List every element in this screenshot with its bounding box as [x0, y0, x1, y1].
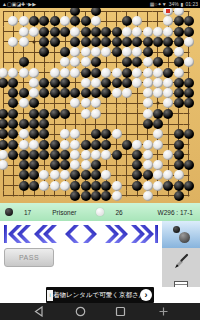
board-point[interactable]	[19, 150, 29, 160]
board-point[interactable]	[39, 191, 49, 201]
fast-rewind-button[interactable]	[33, 224, 59, 244]
board-point[interactable]	[163, 68, 173, 78]
board-point[interactable]	[163, 109, 173, 119]
board-point[interactable]	[173, 27, 183, 37]
board-point[interactable]	[111, 57, 121, 67]
board-point[interactable]	[0, 98, 8, 108]
board-point[interactable]	[60, 150, 70, 160]
board-point[interactable]	[173, 119, 183, 129]
board-point[interactable]	[184, 129, 194, 139]
board-point[interactable]	[60, 139, 70, 149]
board-point[interactable]	[81, 16, 91, 26]
board-point[interactable]	[8, 68, 18, 78]
board-point[interactable]	[0, 150, 8, 160]
board-point[interactable]	[122, 191, 132, 201]
go-to-start-button[interactable]	[3, 224, 32, 244]
board-point[interactable]	[173, 78, 183, 88]
board-point[interactable]	[70, 119, 80, 129]
board-point[interactable]	[81, 78, 91, 88]
board-point[interactable]	[101, 119, 111, 129]
board-point[interactable]	[111, 27, 121, 37]
board-point[interactable]	[0, 109, 8, 119]
board-point[interactable]	[29, 98, 39, 108]
ad-banner[interactable]: i 着物レンタルで可愛く京都さんぽ ›	[46, 287, 154, 303]
board-point[interactable]	[60, 109, 70, 119]
board-point[interactable]	[29, 180, 39, 190]
board-point[interactable]	[163, 160, 173, 170]
board-point[interactable]	[153, 139, 163, 149]
board-point[interactable]	[132, 191, 142, 201]
board-point[interactable]	[163, 119, 173, 129]
board-point[interactable]	[8, 170, 18, 180]
board-point[interactable]	[81, 139, 91, 149]
board-point[interactable]	[91, 139, 101, 149]
board-point[interactable]	[173, 16, 183, 26]
board-point[interactable]	[0, 57, 8, 67]
board-point[interactable]	[142, 98, 152, 108]
board-point[interactable]	[39, 160, 49, 170]
board-point[interactable]	[81, 119, 91, 129]
board-point[interactable]	[91, 57, 101, 67]
board-point[interactable]	[153, 160, 163, 170]
board-point[interactable]	[111, 170, 121, 180]
board-point[interactable]	[101, 150, 111, 160]
board-point[interactable]	[184, 150, 194, 160]
board-point[interactable]	[132, 68, 142, 78]
board-point[interactable]	[111, 98, 121, 108]
fast-forward-button[interactable]	[103, 224, 129, 244]
board-point[interactable]	[132, 139, 142, 149]
board-point[interactable]	[184, 191, 194, 201]
board-point[interactable]	[60, 27, 70, 37]
board-point[interactable]	[81, 150, 91, 160]
board-point[interactable]	[122, 27, 132, 37]
board-point[interactable]	[19, 191, 29, 201]
board-point[interactable]	[0, 37, 8, 47]
board-point[interactable]	[8, 88, 18, 98]
board-point[interactable]	[19, 98, 29, 108]
board-point[interactable]	[19, 88, 29, 98]
board-point[interactable]	[101, 139, 111, 149]
board-point[interactable]	[50, 47, 60, 57]
board-point[interactable]	[70, 139, 80, 149]
board-point[interactable]	[111, 109, 121, 119]
board-point[interactable]	[163, 170, 173, 180]
board-point[interactable]	[0, 78, 8, 88]
board-point[interactable]	[153, 57, 163, 67]
board-point[interactable]	[50, 109, 60, 119]
board-point[interactable]	[132, 150, 142, 160]
board-point[interactable]	[70, 191, 80, 201]
board-point[interactable]	[173, 139, 183, 149]
board-point[interactable]	[60, 78, 70, 88]
board-point[interactable]	[173, 160, 183, 170]
board-point[interactable]	[70, 16, 80, 26]
board-point[interactable]	[173, 98, 183, 108]
ad-arrow-icon[interactable]: ›	[140, 289, 152, 301]
board-point[interactable]	[173, 47, 183, 57]
board-point[interactable]	[60, 160, 70, 170]
board-point[interactable]	[39, 37, 49, 47]
board-point[interactable]	[39, 88, 49, 98]
board-point[interactable]	[132, 98, 142, 108]
board-point[interactable]	[153, 16, 163, 26]
board-point[interactable]	[29, 27, 39, 37]
board-point[interactable]	[142, 57, 152, 67]
board-point[interactable]	[153, 170, 163, 180]
board-point[interactable]	[173, 109, 183, 119]
board-point[interactable]	[29, 160, 39, 170]
board-point[interactable]	[91, 180, 101, 190]
board-point[interactable]	[101, 68, 111, 78]
board-point[interactable]	[19, 109, 29, 119]
board-point[interactable]	[163, 16, 173, 26]
board-point[interactable]	[122, 180, 132, 190]
board-point[interactable]	[101, 191, 111, 201]
board-point[interactable]	[70, 150, 80, 160]
board-point[interactable]	[173, 129, 183, 139]
board-point[interactable]	[163, 129, 173, 139]
board-point[interactable]	[50, 160, 60, 170]
board-point[interactable]	[50, 170, 60, 180]
board-point[interactable]	[122, 170, 132, 180]
board-point[interactable]	[122, 68, 132, 78]
board-point[interactable]	[173, 68, 183, 78]
board-point[interactable]	[60, 98, 70, 108]
board-point[interactable]	[50, 139, 60, 149]
board-point[interactable]	[184, 68, 194, 78]
board-point[interactable]	[70, 129, 80, 139]
board-point[interactable]	[29, 88, 39, 98]
board-point[interactable]	[91, 47, 101, 57]
board-point[interactable]	[19, 27, 29, 37]
board-point[interactable]	[153, 47, 163, 57]
board-point[interactable]	[0, 16, 8, 26]
board-point[interactable]	[184, 47, 194, 57]
board-point[interactable]	[132, 88, 142, 98]
board-point[interactable]	[19, 139, 29, 149]
board-point[interactable]	[8, 180, 18, 190]
board-point[interactable]	[50, 68, 60, 78]
board-point[interactable]	[39, 129, 49, 139]
board-point[interactable]	[153, 37, 163, 47]
board-point[interactable]	[50, 27, 60, 37]
board-point[interactable]	[163, 191, 173, 201]
board-point[interactable]	[91, 16, 101, 26]
board-point[interactable]	[91, 150, 101, 160]
board-point[interactable]	[81, 160, 91, 170]
board-point[interactable]	[50, 57, 60, 67]
board-point[interactable]	[122, 160, 132, 170]
board-point[interactable]	[184, 78, 194, 88]
board-point[interactable]	[101, 160, 111, 170]
board-point[interactable]	[91, 119, 101, 129]
board-point[interactable]	[0, 160, 8, 170]
board-point[interactable]	[29, 170, 39, 180]
board-point[interactable]	[153, 191, 163, 201]
board-point[interactable]	[50, 129, 60, 139]
board-point[interactable]	[8, 129, 18, 139]
board-point[interactable]	[153, 129, 163, 139]
board-point[interactable]	[60, 47, 70, 57]
board-point[interactable]	[39, 119, 49, 129]
board-point[interactable]	[132, 109, 142, 119]
board-point[interactable]	[122, 57, 132, 67]
board-point[interactable]	[184, 88, 194, 98]
board-point[interactable]	[29, 16, 39, 26]
board-point[interactable]	[39, 150, 49, 160]
board-point[interactable]	[122, 109, 132, 119]
board-point[interactable]	[70, 98, 80, 108]
board-point[interactable]	[173, 57, 183, 67]
board-point[interactable]	[81, 47, 91, 57]
board-point[interactable]	[70, 27, 80, 37]
board-point[interactable]	[0, 27, 8, 37]
board-point[interactable]	[132, 57, 142, 67]
board-point[interactable]	[8, 27, 18, 37]
board-point[interactable]	[101, 170, 111, 180]
board-point[interactable]	[91, 109, 101, 119]
board-point[interactable]	[39, 98, 49, 108]
board-point[interactable]	[70, 57, 80, 67]
board-point[interactable]	[132, 170, 142, 180]
board-point[interactable]	[60, 129, 70, 139]
board-point[interactable]	[70, 170, 80, 180]
board-point[interactable]	[184, 180, 194, 190]
board-point[interactable]	[111, 119, 121, 129]
board-point[interactable]	[81, 129, 91, 139]
board-point[interactable]	[111, 68, 121, 78]
board-point[interactable]	[8, 191, 18, 201]
board-point[interactable]	[39, 170, 49, 180]
board-point[interactable]	[142, 170, 152, 180]
board-point[interactable]	[29, 191, 39, 201]
board-point[interactable]	[153, 150, 163, 160]
board-point[interactable]	[122, 129, 132, 139]
board-point[interactable]	[29, 68, 39, 78]
board-point[interactable]	[29, 119, 39, 129]
board-point[interactable]	[142, 160, 152, 170]
board-point[interactable]	[81, 68, 91, 78]
board-point[interactable]	[81, 27, 91, 37]
board-point[interactable]	[111, 47, 121, 57]
board-point[interactable]	[91, 170, 101, 180]
brush-tool-button[interactable]	[162, 248, 200, 275]
board-point[interactable]	[60, 37, 70, 47]
board-point[interactable]	[111, 180, 121, 190]
board-point[interactable]	[91, 129, 101, 139]
board-point[interactable]	[8, 16, 18, 26]
board-point[interactable]	[153, 98, 163, 108]
board-point[interactable]	[142, 180, 152, 190]
board-point[interactable]	[184, 119, 194, 129]
board-point[interactable]	[153, 78, 163, 88]
board-point[interactable]	[173, 180, 183, 190]
board-point[interactable]	[184, 98, 194, 108]
board-point[interactable]	[111, 88, 121, 98]
board-point[interactable]	[91, 191, 101, 201]
board-point[interactable]	[163, 57, 173, 67]
board-point[interactable]	[184, 170, 194, 180]
board-point[interactable]	[163, 180, 173, 190]
board-point[interactable]	[111, 129, 121, 139]
board-point[interactable]	[0, 170, 8, 180]
board-point[interactable]	[142, 47, 152, 57]
board-point[interactable]	[153, 109, 163, 119]
board-point[interactable]	[91, 68, 101, 78]
board-point[interactable]	[132, 129, 142, 139]
board-point[interactable]	[19, 78, 29, 88]
board-point[interactable]	[184, 16, 194, 26]
board-point[interactable]	[50, 150, 60, 160]
board-point[interactable]	[70, 78, 80, 88]
board-point[interactable]	[153, 68, 163, 78]
board-point[interactable]	[39, 139, 49, 149]
board-point[interactable]	[81, 180, 91, 190]
board-point[interactable]	[70, 47, 80, 57]
board-point[interactable]	[60, 88, 70, 98]
board-point[interactable]	[60, 16, 70, 26]
board-point[interactable]	[39, 180, 49, 190]
board-point[interactable]	[111, 191, 121, 201]
board-point[interactable]	[184, 57, 194, 67]
board-point[interactable]	[70, 68, 80, 78]
board-point[interactable]	[101, 78, 111, 88]
board-point[interactable]	[29, 109, 39, 119]
board-point[interactable]	[0, 119, 8, 129]
stones-tool-button[interactable]	[162, 221, 200, 248]
board-point[interactable]	[101, 16, 111, 26]
board-point[interactable]	[19, 170, 29, 180]
board-point[interactable]	[142, 139, 152, 149]
board-point[interactable]	[19, 180, 29, 190]
board-point[interactable]	[81, 88, 91, 98]
board-point[interactable]	[81, 37, 91, 47]
board-point[interactable]	[0, 68, 8, 78]
board-point[interactable]	[29, 78, 39, 88]
board-point[interactable]	[29, 37, 39, 47]
recents-button[interactable]	[115, 306, 126, 317]
board-point[interactable]	[60, 57, 70, 67]
board-point[interactable]	[142, 68, 152, 78]
board-point[interactable]	[122, 119, 132, 129]
board-point[interactable]	[19, 68, 29, 78]
board-point[interactable]	[184, 27, 194, 37]
board-point[interactable]	[142, 16, 152, 26]
board-point[interactable]	[91, 160, 101, 170]
board-point[interactable]	[184, 109, 194, 119]
board-point[interactable]	[50, 88, 60, 98]
board-point[interactable]	[70, 88, 80, 98]
board-point[interactable]	[173, 37, 183, 47]
board-point[interactable]	[39, 57, 49, 67]
board-point[interactable]	[132, 160, 142, 170]
board-point[interactable]	[153, 88, 163, 98]
board-point[interactable]	[101, 27, 111, 37]
board-point[interactable]	[0, 88, 8, 98]
board-point[interactable]	[132, 37, 142, 47]
board-point[interactable]	[101, 129, 111, 139]
board-point[interactable]	[0, 139, 8, 149]
board-point[interactable]	[29, 47, 39, 57]
board-point[interactable]	[163, 37, 173, 47]
board-point[interactable]	[111, 78, 121, 88]
board-point[interactable]	[91, 88, 101, 98]
board-point[interactable]	[29, 129, 39, 139]
board-point[interactable]	[153, 180, 163, 190]
board-point[interactable]	[19, 47, 29, 57]
board-point[interactable]	[122, 88, 132, 98]
board-point[interactable]	[173, 88, 183, 98]
board-point[interactable]	[8, 150, 18, 160]
board-point[interactable]	[173, 150, 183, 160]
board-point[interactable]	[0, 191, 8, 201]
board-point[interactable]	[142, 119, 152, 129]
pass-button[interactable]: PASS	[4, 248, 54, 267]
board-point[interactable]	[142, 191, 152, 201]
board-point[interactable]	[60, 119, 70, 129]
board-point[interactable]	[101, 88, 111, 98]
board-point[interactable]	[29, 150, 39, 160]
board-point[interactable]	[39, 47, 49, 57]
board-point[interactable]	[132, 119, 142, 129]
board-point[interactable]	[50, 16, 60, 26]
board-point[interactable]	[122, 98, 132, 108]
board-point[interactable]	[122, 139, 132, 149]
board-point[interactable]	[132, 27, 142, 37]
go-to-end-button[interactable]	[130, 224, 159, 244]
step-forward-button[interactable]	[81, 224, 102, 244]
board-point[interactable]	[60, 68, 70, 78]
board-point[interactable]	[101, 109, 111, 119]
board-point[interactable]	[19, 37, 29, 47]
board-point[interactable]	[153, 119, 163, 129]
board-point[interactable]	[111, 150, 121, 160]
board-point[interactable]	[8, 119, 18, 129]
board-point[interactable]	[153, 27, 163, 37]
board-point[interactable]	[50, 191, 60, 201]
board-point[interactable]	[81, 109, 91, 119]
back-button[interactable]	[34, 306, 44, 317]
board-point[interactable]	[184, 139, 194, 149]
board-point[interactable]	[81, 170, 91, 180]
board-point[interactable]	[101, 57, 111, 67]
board-point[interactable]	[60, 170, 70, 180]
board-point[interactable]	[101, 37, 111, 47]
board-point[interactable]	[81, 57, 91, 67]
board-point[interactable]	[70, 160, 80, 170]
home-button[interactable]	[75, 306, 86, 317]
board-point[interactable]	[8, 37, 18, 47]
board-point[interactable]	[50, 98, 60, 108]
board-point[interactable]	[163, 47, 173, 57]
board-point[interactable]	[101, 98, 111, 108]
board-point[interactable]	[0, 47, 8, 57]
board-point[interactable]	[8, 109, 18, 119]
board-point[interactable]	[142, 37, 152, 47]
board-point[interactable]	[50, 180, 60, 190]
board-point[interactable]	[163, 139, 173, 149]
board-point[interactable]	[19, 129, 29, 139]
board-point[interactable]	[70, 109, 80, 119]
board-point[interactable]	[91, 27, 101, 37]
board-point[interactable]	[122, 47, 132, 57]
board-point[interactable]	[142, 129, 152, 139]
board-point[interactable]	[0, 129, 8, 139]
board-point[interactable]	[122, 37, 132, 47]
board-point[interactable]	[8, 98, 18, 108]
board-point[interactable]	[39, 68, 49, 78]
